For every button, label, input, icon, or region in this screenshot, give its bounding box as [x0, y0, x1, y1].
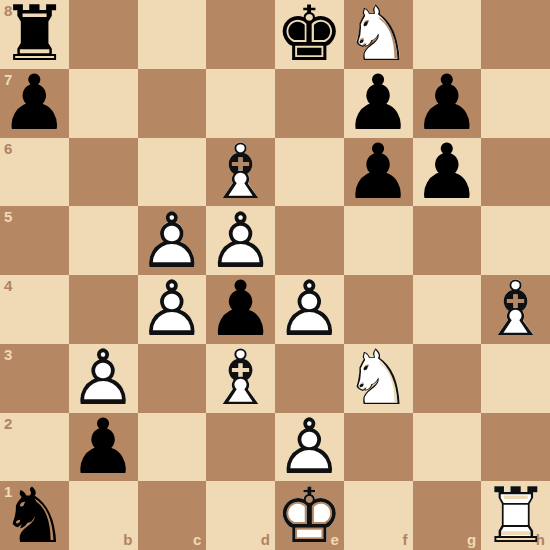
- square-d8[interactable]: [206, 0, 275, 69]
- square-a4[interactable]: 4: [0, 275, 69, 344]
- square-a6[interactable]: 6: [0, 138, 69, 207]
- square-c4[interactable]: ♟♙: [138, 275, 207, 344]
- square-f4[interactable]: [344, 275, 413, 344]
- black-pawn-icon[interactable]: ♟: [413, 69, 482, 138]
- square-a7[interactable]: 7♟: [0, 69, 69, 138]
- square-f6[interactable]: ♟: [344, 138, 413, 207]
- square-e1[interactable]: e♚♔: [275, 481, 344, 550]
- square-b5[interactable]: [69, 206, 138, 275]
- rank-label-3: 3: [4, 347, 12, 362]
- square-f8[interactable]: ♞♘: [344, 0, 413, 69]
- square-b7[interactable]: [69, 69, 138, 138]
- white-rook-icon[interactable]: ♜♖: [481, 481, 550, 550]
- square-f2[interactable]: [344, 413, 413, 482]
- file-label-c: c: [193, 532, 201, 547]
- file-label-f: f: [403, 532, 408, 547]
- file-label-b: b: [123, 532, 132, 547]
- square-h6[interactable]: [481, 138, 550, 207]
- square-f7[interactable]: ♟: [344, 69, 413, 138]
- square-c7[interactable]: [138, 69, 207, 138]
- square-a5[interactable]: 5: [0, 206, 69, 275]
- square-g7[interactable]: ♟: [413, 69, 482, 138]
- square-c8[interactable]: [138, 0, 207, 69]
- square-g1[interactable]: g: [413, 481, 482, 550]
- square-d5[interactable]: ♟♙: [206, 206, 275, 275]
- square-e6[interactable]: [275, 138, 344, 207]
- square-g4[interactable]: [413, 275, 482, 344]
- black-pawn-icon[interactable]: ♟: [206, 275, 275, 344]
- black-pawn-icon[interactable]: ♟: [344, 69, 413, 138]
- square-d4[interactable]: ♟: [206, 275, 275, 344]
- white-king-icon[interactable]: ♚♔: [275, 481, 344, 550]
- white-pawn-icon[interactable]: ♟♙: [206, 206, 275, 275]
- rank-label-4: 4: [4, 278, 12, 293]
- square-a8[interactable]: 8♜: [0, 0, 69, 69]
- file-label-g: g: [467, 532, 476, 547]
- black-knight-icon[interactable]: ♞: [0, 481, 69, 550]
- square-e7[interactable]: [275, 69, 344, 138]
- square-c3[interactable]: [138, 344, 207, 413]
- white-knight-icon[interactable]: ♞♘: [344, 0, 413, 69]
- square-b2[interactable]: ♟: [69, 413, 138, 482]
- white-bishop-icon[interactable]: ♝♗: [206, 138, 275, 207]
- square-d3[interactable]: ♝♗: [206, 344, 275, 413]
- square-h7[interactable]: [481, 69, 550, 138]
- file-label-d: d: [261, 532, 270, 547]
- square-e3[interactable]: [275, 344, 344, 413]
- black-pawn-icon[interactable]: ♟: [344, 138, 413, 207]
- square-c5[interactable]: ♟♙: [138, 206, 207, 275]
- square-b1[interactable]: b: [69, 481, 138, 550]
- square-g2[interactable]: [413, 413, 482, 482]
- square-a2[interactable]: 2: [0, 413, 69, 482]
- square-b6[interactable]: [69, 138, 138, 207]
- square-h3[interactable]: [481, 344, 550, 413]
- square-f1[interactable]: f: [344, 481, 413, 550]
- white-bishop-icon[interactable]: ♝♗: [206, 344, 275, 413]
- square-c2[interactable]: [138, 413, 207, 482]
- white-pawn-icon[interactable]: ♟♙: [138, 275, 207, 344]
- white-pawn-icon[interactable]: ♟♙: [275, 275, 344, 344]
- square-g5[interactable]: [413, 206, 482, 275]
- square-d7[interactable]: [206, 69, 275, 138]
- rank-label-6: 6: [4, 141, 12, 156]
- square-a3[interactable]: 3: [0, 344, 69, 413]
- white-pawn-icon[interactable]: ♟♙: [138, 206, 207, 275]
- white-pawn-icon[interactable]: ♟♙: [275, 413, 344, 482]
- square-d1[interactable]: d: [206, 481, 275, 550]
- square-h4[interactable]: ♝♗: [481, 275, 550, 344]
- white-knight-icon[interactable]: ♞♘: [344, 344, 413, 413]
- black-rook-icon[interactable]: ♜: [0, 0, 69, 69]
- chess-board: 8♜♚♞♘7♟♟♟6♝♗♟♟5♟♙♟♙4♟♙♟♟♙♝♗3♟♙♝♗♞♘2♟♟♙1♞…: [0, 0, 550, 550]
- square-c6[interactable]: [138, 138, 207, 207]
- square-b4[interactable]: [69, 275, 138, 344]
- black-pawn-icon[interactable]: ♟: [0, 69, 69, 138]
- square-a1[interactable]: 1♞: [0, 481, 69, 550]
- square-e5[interactable]: [275, 206, 344, 275]
- square-f5[interactable]: [344, 206, 413, 275]
- white-pawn-icon[interactable]: ♟♙: [69, 344, 138, 413]
- square-e8[interactable]: ♚: [275, 0, 344, 69]
- square-e2[interactable]: ♟♙: [275, 413, 344, 482]
- square-g8[interactable]: [413, 0, 482, 69]
- square-d2[interactable]: [206, 413, 275, 482]
- square-h2[interactable]: [481, 413, 550, 482]
- rank-label-2: 2: [4, 416, 12, 431]
- white-bishop-icon[interactable]: ♝♗: [481, 275, 550, 344]
- square-b8[interactable]: [69, 0, 138, 69]
- square-h5[interactable]: [481, 206, 550, 275]
- square-h1[interactable]: h♜♖: [481, 481, 550, 550]
- square-h8[interactable]: [481, 0, 550, 69]
- square-d6[interactable]: ♝♗: [206, 138, 275, 207]
- black-pawn-icon[interactable]: ♟: [413, 138, 482, 207]
- square-g6[interactable]: ♟: [413, 138, 482, 207]
- black-king-icon[interactable]: ♚: [275, 0, 344, 69]
- square-g3[interactable]: [413, 344, 482, 413]
- square-f3[interactable]: ♞♘: [344, 344, 413, 413]
- black-pawn-icon[interactable]: ♟: [69, 413, 138, 482]
- rank-label-5: 5: [4, 209, 12, 224]
- square-c1[interactable]: c: [138, 481, 207, 550]
- square-e4[interactable]: ♟♙: [275, 275, 344, 344]
- square-b3[interactable]: ♟♙: [69, 344, 138, 413]
